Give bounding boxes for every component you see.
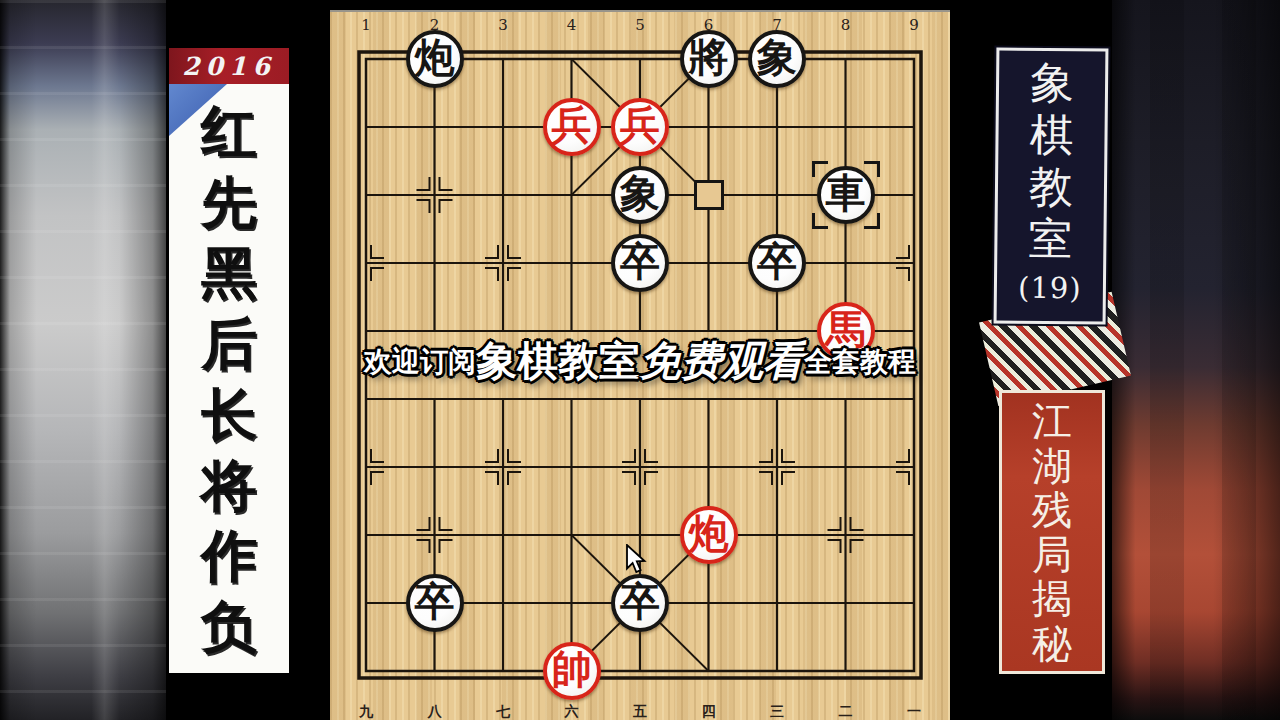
series-title-panel: 象棋教室(19) [994,47,1109,324]
series-title-character: 教 [1029,161,1074,213]
series-subtitle-character: 秘 [1032,623,1072,663]
piece-black-車[interactable]: 車 [817,166,875,224]
left-banner-character: 长 [201,386,257,442]
left-banner-character: 后 [201,315,257,371]
left-banner-character: 黑 [201,244,257,300]
piece-black-炮[interactable]: 炮 [406,30,464,88]
move-origin-marker [694,180,724,210]
piece-black-象[interactable]: 象 [611,166,669,224]
series-title-character: 象 [1030,57,1075,109]
series-title-character: 室 [1028,212,1073,264]
overlay-segment: 欢迎订阅 [364,343,476,381]
series-subtitle-character: 残 [1032,490,1072,530]
piece-red-兵[interactable]: 兵 [611,98,669,156]
year-band: 2016 [169,48,289,84]
year-label: 2016 [182,52,276,81]
left-banner-calligraphy: 红先黑后长将作负 [169,84,289,673]
left-banner: 2016 红先黑后长将作负 [169,48,289,665]
file-label-bottom: 五 [628,702,652,720]
file-label-bottom: 二 [834,702,858,720]
series-subtitle-panel: 江湖残局揭秘 [999,390,1105,674]
series-subtitle-character: 湖 [1032,446,1072,486]
right-banner: 象棋教室(19) 江湖残局揭秘 [995,48,1113,668]
piece-red-兵[interactable]: 兵 [543,98,601,156]
piece-red-炮[interactable]: 炮 [680,506,738,564]
subscribe-overlay-text: 欢迎订阅象棋教室免费观看全套教程 [364,334,916,389]
file-label-bottom: 六 [560,702,584,720]
piece-black-卒[interactable]: 卒 [611,574,669,632]
blurred-background-right [1112,0,1280,720]
overlay-segment: 免费观看 [640,334,804,389]
series-subtitle-character: 局 [1032,534,1072,574]
file-label-bottom: 三 [765,702,789,720]
mouse-cursor-icon [624,544,648,579]
file-label-bottom: 八 [423,702,447,720]
blurred-background-left [0,0,166,720]
file-label-top: 8 [834,16,858,34]
overlay-segment: 全套教程 [804,343,916,381]
file-label-top: 1 [354,16,378,34]
file-label-bottom: 四 [697,702,721,720]
video-frame: 2016 红先黑后长将作负 123456789九八七六五四三二一炮將象兵兵象車卒… [0,0,1280,720]
file-label-top: 4 [560,16,584,34]
piece-black-卒[interactable]: 卒 [406,574,464,632]
file-label-bottom: 九 [354,702,378,720]
episode-number: (19) [1018,270,1082,305]
piece-red-帥[interactable]: 帥 [543,642,601,700]
piece-black-將[interactable]: 將 [680,30,738,88]
series-subtitle-character: 江 [1032,401,1072,441]
piece-black-卒[interactable]: 卒 [611,234,669,292]
piece-black-象[interactable]: 象 [748,30,806,88]
overlay-segment: 象棋教室 [476,334,640,389]
left-banner-character: 红 [201,103,257,159]
left-banner-character: 负 [201,598,257,654]
left-banner-character: 作 [201,527,257,583]
left-banner-character: 先 [201,174,257,230]
series-subtitle-character: 揭 [1032,578,1072,618]
piece-black-卒[interactable]: 卒 [748,234,806,292]
file-label-top: 3 [491,16,515,34]
file-label-top: 5 [628,16,652,34]
file-label-top: 9 [902,16,926,34]
file-label-bottom: 七 [491,702,515,720]
file-label-bottom: 一 [902,702,926,720]
left-banner-character: 将 [201,457,257,513]
series-title-character: 棋 [1029,109,1074,161]
